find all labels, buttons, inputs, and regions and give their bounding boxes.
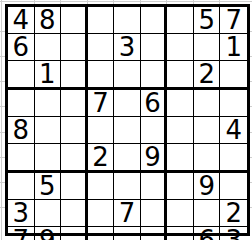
cell-r5c3[interactable] (61, 117, 88, 144)
cell-r4c3[interactable] (61, 90, 88, 117)
cell-r2c2[interactable] (35, 34, 62, 61)
cell-r4c7[interactable] (167, 90, 194, 117)
cell-r9c5[interactable] (114, 227, 141, 240)
cell-r5c2[interactable] (35, 117, 62, 144)
cell-r3c9[interactable] (220, 61, 247, 90)
cell-r1c9[interactable]: 7 (220, 7, 247, 34)
cell-r6c2[interactable] (35, 144, 62, 173)
cell-r1c1[interactable]: 4 (8, 7, 35, 34)
cell-r8c8[interactable] (194, 200, 221, 227)
cell-r9c7[interactable] (167, 227, 194, 240)
cell-r2c6[interactable] (141, 34, 168, 61)
cell-r8c6[interactable] (141, 200, 168, 227)
cell-r2c7[interactable] (167, 34, 194, 61)
cell-r9c2[interactable]: 9 (35, 227, 62, 240)
cell-r4c8[interactable] (194, 90, 221, 117)
cell-r9c9[interactable]: 3 (220, 227, 247, 240)
cell-r4c2[interactable] (35, 90, 62, 117)
cell-r5c6[interactable] (141, 117, 168, 144)
cell-r8c3[interactable] (61, 200, 88, 227)
cell-r2c3[interactable] (61, 34, 88, 61)
cell-r1c7[interactable] (167, 7, 194, 34)
cell-r6c4[interactable]: 2 (88, 144, 115, 173)
cell-r2c5[interactable]: 3 (114, 34, 141, 61)
cell-r9c4[interactable] (88, 227, 115, 240)
cell-r3c4[interactable] (88, 61, 115, 90)
cell-r2c8[interactable] (194, 34, 221, 61)
cell-r5c1[interactable]: 8 (8, 117, 35, 144)
cell-r9c3[interactable] (61, 227, 88, 240)
cell-r9c1[interactable]: 7 (8, 227, 35, 240)
cell-r7c2[interactable]: 5 (35, 173, 62, 200)
cell-r8c2[interactable] (35, 200, 62, 227)
cell-r3c3[interactable] (61, 61, 88, 90)
cell-r8c4[interactable] (88, 200, 115, 227)
cell-r6c1[interactable] (8, 144, 35, 173)
cell-r7c1[interactable] (8, 173, 35, 200)
cell-r9c8[interactable]: 6 (194, 227, 221, 240)
sheet-gridline-horizontal (0, 1, 252, 2)
cell-r5c7[interactable] (167, 117, 194, 144)
cell-r3c2[interactable]: 1 (35, 61, 62, 90)
cell-r3c5[interactable] (114, 61, 141, 90)
cell-r6c3[interactable] (61, 144, 88, 173)
cell-r7c4[interactable] (88, 173, 115, 200)
cell-r9c6[interactable] (141, 227, 168, 240)
cell-r5c8[interactable] (194, 117, 221, 144)
cell-r2c1[interactable]: 6 (8, 34, 35, 61)
cell-r8c5[interactable]: 7 (114, 200, 141, 227)
cell-r6c8[interactable] (194, 144, 221, 173)
cell-r4c4[interactable]: 7 (88, 90, 115, 117)
cell-r4c6[interactable]: 6 (141, 90, 168, 117)
cell-r7c3[interactable] (61, 173, 88, 200)
cell-r3c6[interactable] (141, 61, 168, 90)
cell-r2c9[interactable]: 1 (220, 34, 247, 61)
cell-r7c5[interactable] (114, 173, 141, 200)
cell-r1c2[interactable]: 8 (35, 7, 62, 34)
cell-r8c1[interactable]: 3 (8, 200, 35, 227)
cell-r7c8[interactable]: 9 (194, 173, 221, 200)
cell-r7c7[interactable] (167, 173, 194, 200)
cell-r3c8[interactable]: 2 (194, 61, 221, 90)
cell-r5c5[interactable] (114, 117, 141, 144)
cell-r2c4[interactable] (88, 34, 115, 61)
cell-r1c6[interactable] (141, 7, 168, 34)
cell-r7c6[interactable] (141, 173, 168, 200)
cell-r1c8[interactable]: 5 (194, 7, 221, 34)
cell-r4c5[interactable] (114, 90, 141, 117)
cell-r6c7[interactable] (167, 144, 194, 173)
cell-r6c9[interactable] (220, 144, 247, 173)
cell-r5c4[interactable] (88, 117, 115, 144)
cell-r1c4[interactable] (88, 7, 115, 34)
cell-r6c5[interactable] (114, 144, 141, 173)
cell-r3c1[interactable] (8, 61, 35, 90)
cell-r6c6[interactable]: 9 (141, 144, 168, 173)
sudoku-board: 485763112768429593727963 (5, 4, 250, 236)
cell-r8c9[interactable]: 2 (220, 200, 247, 227)
sudoku-page: 485763112768429593727963 (0, 0, 252, 240)
cell-r3c7[interactable] (167, 61, 194, 90)
cell-r5c9[interactable]: 4 (220, 117, 247, 144)
sheet-gridline-vertical (1, 0, 2, 240)
cell-r4c9[interactable] (220, 90, 247, 117)
cell-r8c7[interactable] (167, 200, 194, 227)
cell-r4c1[interactable] (8, 90, 35, 117)
cell-r7c9[interactable] (220, 173, 247, 200)
cell-r1c3[interactable] (61, 7, 88, 34)
cell-r1c5[interactable] (114, 7, 141, 34)
